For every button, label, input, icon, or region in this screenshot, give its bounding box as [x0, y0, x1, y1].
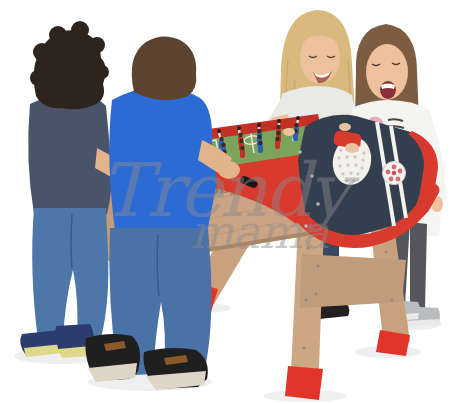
football-emblem — [383, 162, 406, 185]
watermark-line2: mama — [190, 205, 330, 259]
leftboy-hair — [30, 21, 109, 109]
leftboy-shoes — [20, 324, 94, 358]
table-right-front-foot — [285, 366, 323, 400]
product-photo: Smoby — [0, 0, 450, 404]
leftboy-jeans — [32, 208, 108, 340]
centerboy-hair — [132, 36, 197, 100]
scene: Smoby — [0, 0, 450, 404]
table-crossbar — [300, 254, 406, 308]
